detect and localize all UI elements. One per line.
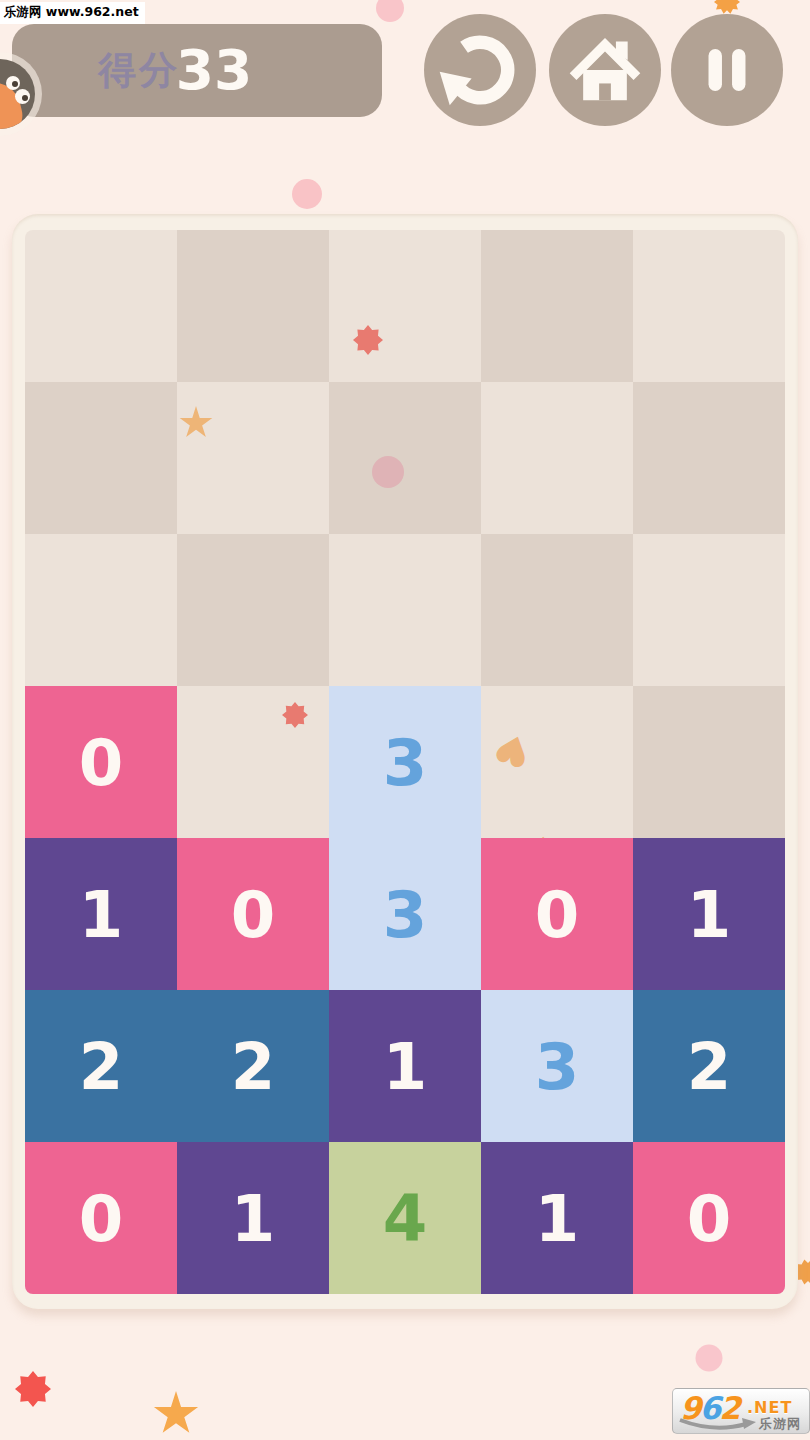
- score-value: 33: [158, 24, 270, 117]
- tiles-layer: 03103012213201410: [25, 230, 785, 1294]
- app-screen: { "game": "number-merge puzzle (tap-to-m…: [0, 0, 810, 1440]
- empty-cell: [329, 382, 481, 534]
- orange-flower-decoration: [714, 0, 740, 15]
- tile-r7c3-value-4[interactable]: 4: [329, 1142, 481, 1294]
- tile-r5c4-value-0[interactable]: 0: [481, 838, 633, 990]
- pause-icon: [685, 28, 769, 112]
- empty-cell: [633, 230, 785, 382]
- tile-r4c3-value-3[interactable]: 3: [329, 686, 481, 838]
- empty-cell: [481, 230, 633, 382]
- logo-site-name: 乐游网: [759, 1415, 801, 1433]
- empty-cell: [177, 382, 329, 534]
- restart-button[interactable]: [424, 14, 536, 126]
- empty-cell: [329, 230, 481, 382]
- tile-r7c2-value-1[interactable]: 1: [177, 1142, 329, 1294]
- empty-cell: [25, 534, 177, 686]
- tile-r7c5-value-0[interactable]: 0: [633, 1142, 785, 1294]
- empty-cell: [633, 686, 785, 838]
- logo-swoosh-arrow: [678, 1417, 756, 1432]
- empty-cell: [481, 686, 633, 838]
- owl-eye: [15, 89, 30, 104]
- tile-r7c1-value-0[interactable]: 0: [25, 1142, 177, 1294]
- board-inner: ♥♥ 03103012213201410: [25, 230, 785, 1294]
- tile-r6c2-value-2[interactable]: 2: [177, 990, 329, 1142]
- site-watermark: 乐游网 www.962.net: [0, 2, 145, 24]
- tile-r4c1-value-0[interactable]: 0: [25, 686, 177, 838]
- empty-cell: [177, 534, 329, 686]
- score-panel: 得分 33: [12, 24, 382, 117]
- restart-icon: [438, 28, 522, 112]
- pink-dot-decoration: [696, 1345, 723, 1372]
- tile-r5c5-value-1[interactable]: 1: [633, 838, 785, 990]
- tile-r6c5-value-2[interactable]: 2: [633, 990, 785, 1142]
- empty-cell: [25, 230, 177, 382]
- pause-button[interactable]: [671, 14, 783, 126]
- owl-eye: [6, 76, 20, 90]
- home-button[interactable]: [549, 14, 661, 126]
- empty-cell: [177, 230, 329, 382]
- tile-r5c3-value-3[interactable]: 3: [329, 838, 481, 990]
- empty-cell: [25, 382, 177, 534]
- empty-cell: [481, 382, 633, 534]
- pink-dot-decoration: [376, 0, 404, 22]
- orange-star-decoration: [153, 1391, 199, 1437]
- tile-r6c3-value-1[interactable]: 1: [329, 990, 481, 1142]
- empty-cell: [481, 534, 633, 686]
- tile-r6c1-value-2[interactable]: 2: [25, 990, 177, 1142]
- tile-r5c2-value-0[interactable]: 0: [177, 838, 329, 990]
- owl-mascot-avatar: [0, 52, 42, 136]
- empty-cell: [633, 382, 785, 534]
- empty-cell: [329, 534, 481, 686]
- site-logo-badge[interactable]: 962 .NET 乐游网: [672, 1388, 810, 1434]
- red-burst-decoration: [15, 1371, 51, 1407]
- empty-cell: [177, 686, 329, 838]
- home-icon: [563, 28, 647, 112]
- tile-r5c1-value-1[interactable]: 1: [25, 838, 177, 990]
- pink-dot-decoration: [292, 179, 322, 209]
- tile-r7c4-value-1[interactable]: 1: [481, 1142, 633, 1294]
- tile-r6c4-value-3[interactable]: 3: [481, 990, 633, 1142]
- game-board: ♥♥ 03103012213201410: [12, 214, 798, 1309]
- empty-cell: [633, 534, 785, 686]
